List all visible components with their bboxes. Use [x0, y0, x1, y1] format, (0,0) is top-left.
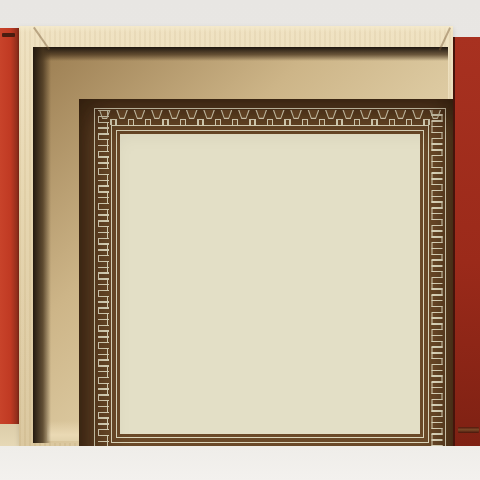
dovetail-unit [253, 110, 270, 126]
photo-stage [0, 0, 480, 480]
meander-unit [96, 301, 112, 318]
meander-unit [96, 145, 112, 162]
dovetail-unit [340, 110, 357, 126]
meander-unit [429, 267, 445, 284]
dovetail-unit [148, 110, 165, 126]
bottom-left-wood-edge [0, 424, 19, 446]
meander-unit [96, 388, 112, 405]
left-panel-hinge-slot [2, 33, 15, 37]
meander-unit [96, 197, 112, 214]
meander-unit [429, 110, 445, 127]
meander-unit [429, 319, 445, 336]
interior-shadow-top [33, 47, 448, 61]
meander-unit [96, 232, 112, 249]
dovetail-unit [166, 110, 183, 126]
dovetail-unit [218, 110, 235, 126]
meander-unit [429, 214, 445, 231]
meander-unit [429, 145, 445, 162]
left-red-panel [0, 28, 19, 424]
meander-unit [429, 388, 445, 405]
meander-unit [429, 162, 445, 179]
dovetail-unit [270, 110, 287, 126]
meander-unit [429, 127, 445, 144]
meander-unit [429, 336, 445, 353]
meander-unit [429, 180, 445, 197]
border-band-right [429, 110, 445, 458]
meander-unit [429, 371, 445, 388]
dovetail-unit [113, 110, 130, 126]
game-board [79, 99, 453, 473]
meander-unit [429, 406, 445, 423]
border-band-top [96, 110, 444, 126]
checkerboard-grid [120, 134, 420, 434]
dovetail-unit [322, 110, 339, 126]
meander-unit [96, 284, 112, 301]
meander-unit [96, 319, 112, 336]
dovetail-unit [374, 110, 391, 126]
meander-unit [96, 110, 112, 127]
meander-unit [96, 406, 112, 423]
meander-unit [96, 336, 112, 353]
meander-unit [96, 423, 112, 440]
dovetail-unit [409, 110, 426, 126]
meander-unit [429, 423, 445, 440]
wooden-box-frame [19, 26, 453, 446]
meander-unit [429, 197, 445, 214]
right-red-panel [453, 37, 480, 446]
dovetail-unit [131, 110, 148, 126]
meander-unit [429, 354, 445, 371]
meander-unit [96, 162, 112, 179]
border-band-left [96, 110, 112, 458]
dovetail-unit [200, 110, 217, 126]
right-panel-latch [458, 427, 479, 433]
dovetail-unit [235, 110, 252, 126]
meander-unit [429, 249, 445, 266]
dovetail-unit [183, 110, 200, 126]
meander-unit [96, 371, 112, 388]
dovetail-unit [287, 110, 304, 126]
meander-unit [96, 249, 112, 266]
background-bottom-strip [0, 446, 480, 480]
dovetail-unit [305, 110, 322, 126]
box-top-rim-highlight [19, 26, 453, 32]
meander-unit [96, 354, 112, 371]
meander-unit [96, 267, 112, 284]
meander-unit [429, 284, 445, 301]
meander-unit [429, 232, 445, 249]
dovetail-unit [392, 110, 409, 126]
dovetail-unit [357, 110, 374, 126]
meander-unit [96, 214, 112, 231]
meander-unit [96, 127, 112, 144]
interior-shadow-left [33, 47, 51, 443]
meander-unit [429, 301, 445, 318]
box-interior-well [33, 47, 448, 443]
meander-unit [96, 180, 112, 197]
